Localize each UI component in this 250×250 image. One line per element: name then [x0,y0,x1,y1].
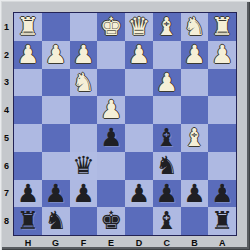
square-g5[interactable] [42,124,70,152]
square-d5[interactable] [125,124,153,152]
square-e4[interactable]: ♟ [97,96,125,124]
square-g8[interactable]: ♞ [42,207,70,235]
square-b5[interactable]: ♝ [181,124,209,152]
rank-label-8: 8 [0,207,13,235]
piece-black-pawn-g7[interactable]: ♟ [42,180,70,208]
piece-black-rook-h8[interactable]: ♜ [14,207,42,235]
file-label-f: F [70,237,98,249]
square-f7[interactable]: ♟ [70,180,98,208]
piece-white-rook-h1[interactable]: ♜ [14,13,42,41]
file-label-h: H [14,237,42,249]
file-label-c: C [153,237,181,249]
square-f5[interactable] [70,124,98,152]
square-e8[interactable]: ♚ [97,207,125,235]
file-label-b: B [181,237,209,249]
square-g1[interactable] [42,13,70,41]
square-d3[interactable] [125,69,153,97]
square-c4[interactable] [153,96,181,124]
square-c2[interactable] [153,41,181,69]
square-e5[interactable]: ♟ [97,124,125,152]
piece-white-knight-b1[interactable]: ♞ [181,13,209,41]
square-h3[interactable] [14,69,42,97]
square-c8[interactable]: ♝ [153,207,181,235]
square-a2[interactable]: ♟ [208,41,236,69]
rank-label-3: 3 [0,69,13,97]
rank-label-5: 5 [0,124,13,152]
square-a6[interactable] [208,152,236,180]
square-d8[interactable] [125,207,153,235]
square-e2[interactable] [97,41,125,69]
square-d4[interactable] [125,96,153,124]
square-a8[interactable]: ♜ [208,207,236,235]
square-f8[interactable] [70,207,98,235]
board-frame: 12345678 ♜♚♛♝♞♜♟♟♟♟♟♟♞♟♟♟♝♝♛♞♟♟♟♟♟♟♟♜♞♚♝… [0,0,250,250]
file-label-d: D [125,237,153,249]
piece-black-bishop-c5[interactable]: ♝ [153,124,181,152]
piece-white-rook-a1[interactable]: ♜ [208,13,236,41]
square-b4[interactable] [181,96,209,124]
square-f6[interactable]: ♛ [70,152,98,180]
piece-black-pawn-c7[interactable]: ♟ [153,180,181,208]
square-f2[interactable]: ♟ [70,41,98,69]
piece-white-pawn-b2[interactable]: ♟ [181,41,209,69]
file-labels: HGFEDCBA [14,237,236,249]
square-g7[interactable]: ♟ [42,180,70,208]
piece-black-pawn-b7[interactable]: ♟ [181,180,209,208]
piece-white-king-e1[interactable]: ♚ [97,13,125,41]
square-a3[interactable] [208,69,236,97]
piece-white-pawn-c3[interactable]: ♟ [153,69,181,97]
piece-white-pawn-f2[interactable]: ♟ [70,41,98,69]
piece-white-pawn-e4[interactable]: ♟ [97,96,125,124]
square-e7[interactable] [97,180,125,208]
file-label-g: G [42,237,70,249]
board-grid: ♜♚♛♝♞♜♟♟♟♟♟♟♞♟♟♟♝♝♛♞♟♟♟♟♟♟♟♜♞♚♝♜ [14,13,236,235]
square-b6[interactable] [181,152,209,180]
square-a1[interactable]: ♜ [208,13,236,41]
chess-board[interactable]: ♜♚♛♝♞♜♟♟♟♟♟♟♞♟♟♟♝♝♛♞♟♟♟♟♟♟♟♜♞♚♝♜ [13,12,237,236]
square-c1[interactable]: ♝ [153,13,181,41]
square-d1[interactable]: ♛ [125,13,153,41]
square-b1[interactable]: ♞ [181,13,209,41]
square-b7[interactable]: ♟ [181,180,209,208]
square-h1[interactable]: ♜ [14,13,42,41]
piece-black-rook-a8[interactable]: ♜ [208,207,236,235]
square-c6[interactable]: ♞ [153,152,181,180]
piece-black-knight-c6[interactable]: ♞ [153,152,181,180]
square-b2[interactable]: ♟ [181,41,209,69]
square-e6[interactable] [97,152,125,180]
piece-black-pawn-a7[interactable]: ♟ [208,180,236,208]
square-f4[interactable] [70,96,98,124]
piece-white-pawn-a2[interactable]: ♟ [208,41,236,69]
piece-black-knight-g8[interactable]: ♞ [42,207,70,235]
square-h4[interactable] [14,96,42,124]
square-g6[interactable] [42,152,70,180]
rank-label-1: 1 [0,13,13,41]
piece-white-pawn-h2[interactable]: ♟ [14,41,42,69]
rank-label-4: 4 [0,96,13,124]
square-a7[interactable]: ♟ [208,180,236,208]
square-f3[interactable]: ♞ [70,69,98,97]
square-d7[interactable]: ♟ [125,180,153,208]
square-d6[interactable] [125,152,153,180]
piece-black-king-e8[interactable]: ♚ [97,207,125,235]
square-d2[interactable]: ♟ [125,41,153,69]
piece-white-bishop-c1[interactable]: ♝ [153,13,181,41]
rank-labels: 12345678 [0,13,13,235]
square-c3[interactable]: ♟ [153,69,181,97]
piece-black-pawn-h7[interactable]: ♟ [14,180,42,208]
square-h7[interactable]: ♟ [14,180,42,208]
piece-white-pawn-d2[interactable]: ♟ [125,41,153,69]
square-g2[interactable]: ♟ [42,41,70,69]
file-label-a: A [208,237,236,249]
square-h5[interactable] [14,124,42,152]
piece-white-knight-f3[interactable]: ♞ [70,69,98,97]
square-g3[interactable] [42,69,70,97]
square-c7[interactable]: ♟ [153,180,181,208]
rank-label-2: 2 [0,41,13,69]
piece-black-queen-f6[interactable]: ♛ [70,152,98,180]
rank-label-7: 7 [0,180,13,208]
square-c5[interactable]: ♝ [153,124,181,152]
square-f1[interactable] [70,13,98,41]
piece-black-bishop-c8[interactable]: ♝ [153,207,181,235]
piece-white-pawn-g2[interactable]: ♟ [42,41,70,69]
piece-white-queen-d1[interactable]: ♛ [125,13,153,41]
piece-black-pawn-d7[interactable]: ♟ [125,180,153,208]
file-label-e: E [97,237,125,249]
piece-white-bishop-b5[interactable]: ♝ [181,124,209,152]
square-b8[interactable] [181,207,209,235]
square-b3[interactable] [181,69,209,97]
piece-black-pawn-f7[interactable]: ♟ [70,180,98,208]
square-h8[interactable]: ♜ [14,207,42,235]
square-h2[interactable]: ♟ [14,41,42,69]
square-e3[interactable] [97,69,125,97]
rank-label-6: 6 [0,152,13,180]
piece-black-pawn-e5[interactable]: ♟ [97,124,125,152]
square-a4[interactable] [208,96,236,124]
square-a5[interactable] [208,124,236,152]
square-g4[interactable] [42,96,70,124]
square-e1[interactable]: ♚ [97,13,125,41]
square-h6[interactable] [14,152,42,180]
